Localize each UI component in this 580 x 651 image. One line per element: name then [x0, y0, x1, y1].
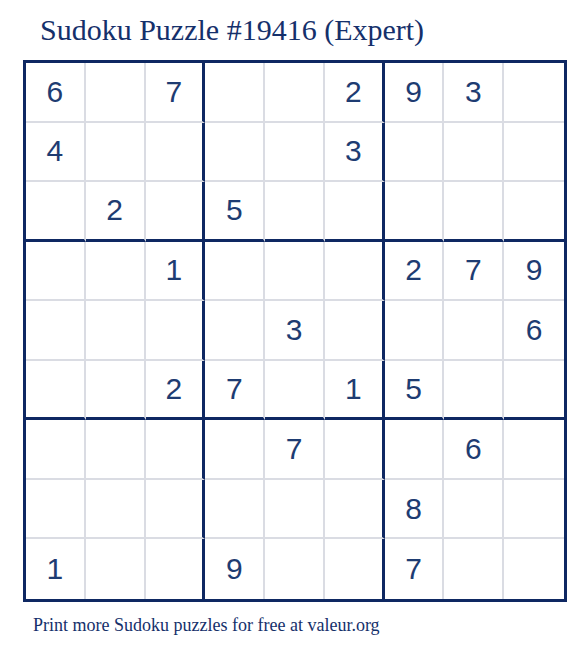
cell-r2c6: 3 — [325, 123, 385, 183]
cell-r4c9: 9 — [504, 242, 564, 302]
cell-r1c5 — [265, 63, 325, 123]
cell-r8c4 — [205, 480, 265, 540]
cell-r5c3 — [146, 301, 206, 361]
cell-r8c5 — [265, 480, 325, 540]
cell-r8c1 — [26, 480, 86, 540]
cell-r1c3: 7 — [146, 63, 206, 123]
cell-r4c1 — [26, 242, 86, 302]
cell-r6c7: 5 — [385, 361, 445, 421]
cell-r6c6: 1 — [325, 361, 385, 421]
cell-r7c2 — [86, 420, 146, 480]
cell-r8c3 — [146, 480, 206, 540]
cell-r4c8: 7 — [444, 242, 504, 302]
cell-r4c7: 2 — [385, 242, 445, 302]
cell-r1c6: 2 — [325, 63, 385, 123]
sudoku-board: 6729343251279362715768197 — [23, 60, 567, 602]
cell-r3c4: 5 — [205, 182, 265, 242]
cell-r5c7 — [385, 301, 445, 361]
cell-r9c7: 7 — [385, 539, 445, 599]
cell-r7c1 — [26, 420, 86, 480]
cell-r8c2 — [86, 480, 146, 540]
footer-text: Print more Sudoku puzzles for free at va… — [33, 615, 380, 636]
cell-r8c9 — [504, 480, 564, 540]
cell-r8c6 — [325, 480, 385, 540]
cell-r7c9 — [504, 420, 564, 480]
cell-r9c1: 1 — [26, 539, 86, 599]
cell-r7c5: 7 — [265, 420, 325, 480]
cell-r6c8 — [444, 361, 504, 421]
cell-r9c6 — [325, 539, 385, 599]
cell-r1c9 — [504, 63, 564, 123]
cell-r3c3 — [146, 182, 206, 242]
cell-r3c6 — [325, 182, 385, 242]
cell-r2c7 — [385, 123, 445, 183]
cell-r3c2: 2 — [86, 182, 146, 242]
cell-r3c5 — [265, 182, 325, 242]
cell-r9c4: 9 — [205, 539, 265, 599]
cell-r3c8 — [444, 182, 504, 242]
page-title: Sudoku Puzzle #19416 (Expert) — [40, 13, 424, 47]
cell-r5c4 — [205, 301, 265, 361]
cell-r2c9 — [504, 123, 564, 183]
cell-r3c7 — [385, 182, 445, 242]
cell-r3c1 — [26, 182, 86, 242]
cell-r4c2 — [86, 242, 146, 302]
cell-r5c2 — [86, 301, 146, 361]
cell-r5c1 — [26, 301, 86, 361]
cell-r5c6 — [325, 301, 385, 361]
cell-r5c8 — [444, 301, 504, 361]
cell-r3c9 — [504, 182, 564, 242]
cell-r9c5 — [265, 539, 325, 599]
cell-r8c8 — [444, 480, 504, 540]
cell-r4c6 — [325, 242, 385, 302]
cell-r1c4 — [205, 63, 265, 123]
cell-r6c9 — [504, 361, 564, 421]
cell-r7c3 — [146, 420, 206, 480]
cell-r9c3 — [146, 539, 206, 599]
cell-r5c9: 6 — [504, 301, 564, 361]
cell-r4c3: 1 — [146, 242, 206, 302]
cell-r7c7 — [385, 420, 445, 480]
cell-r6c2 — [86, 361, 146, 421]
cell-r2c2 — [86, 123, 146, 183]
cell-r2c1: 4 — [26, 123, 86, 183]
cell-r2c8 — [444, 123, 504, 183]
cell-r6c3: 2 — [146, 361, 206, 421]
cell-r9c8 — [444, 539, 504, 599]
cell-r7c4 — [205, 420, 265, 480]
cell-r7c8: 6 — [444, 420, 504, 480]
cell-r2c4 — [205, 123, 265, 183]
cell-r5c5: 3 — [265, 301, 325, 361]
cell-r8c7: 8 — [385, 480, 445, 540]
cell-r4c5 — [265, 242, 325, 302]
cell-r6c1 — [26, 361, 86, 421]
cell-r7c6 — [325, 420, 385, 480]
sudoku-page: Sudoku Puzzle #19416 (Expert) 6729343251… — [0, 0, 580, 651]
cell-r1c2 — [86, 63, 146, 123]
cell-r6c4: 7 — [205, 361, 265, 421]
cell-r2c5 — [265, 123, 325, 183]
cell-r9c2 — [86, 539, 146, 599]
cell-r6c5 — [265, 361, 325, 421]
cell-r2c3 — [146, 123, 206, 183]
cell-r1c1: 6 — [26, 63, 86, 123]
cell-r4c4 — [205, 242, 265, 302]
cell-r1c7: 9 — [385, 63, 445, 123]
cell-r1c8: 3 — [444, 63, 504, 123]
cell-r9c9 — [504, 539, 564, 599]
